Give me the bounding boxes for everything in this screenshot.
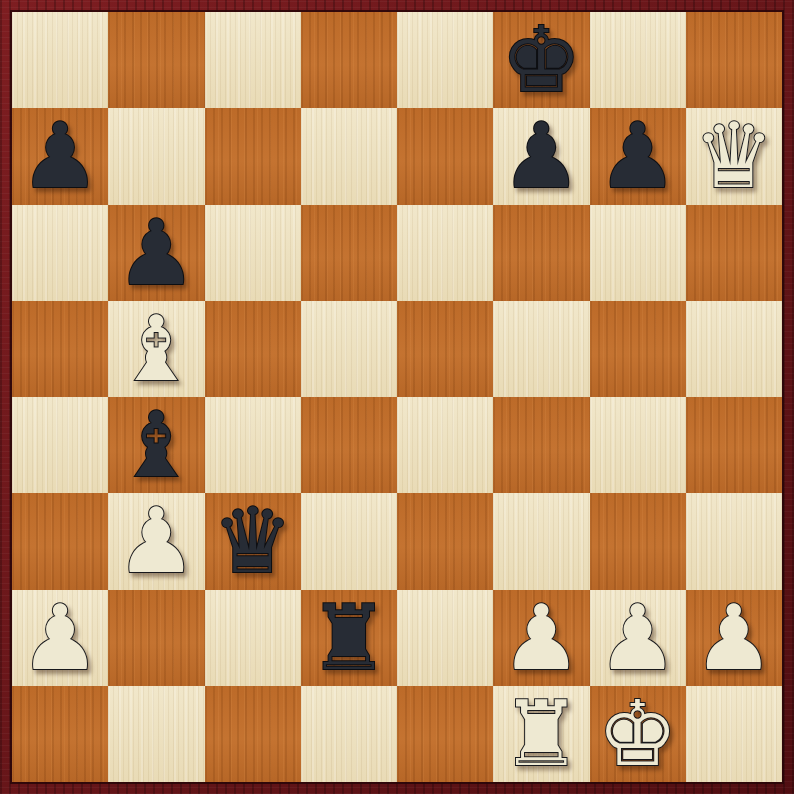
white-queen[interactable]: ♛ <box>694 111 775 201</box>
square-b5[interactable]: ♝ <box>108 301 204 397</box>
black-bishop[interactable]: ♝ <box>116 400 197 490</box>
square-c5[interactable] <box>205 301 301 397</box>
square-g3[interactable] <box>590 493 686 589</box>
black-rook[interactable]: ♜ <box>309 593 390 683</box>
square-f6[interactable] <box>493 205 589 301</box>
black-pawn[interactable]: ♟ <box>20 111 101 201</box>
square-g2[interactable]: ♟ <box>590 590 686 686</box>
square-h7[interactable]: ♛ <box>686 108 782 204</box>
black-pawn[interactable]: ♟ <box>116 208 197 298</box>
square-a3[interactable] <box>12 493 108 589</box>
square-b3[interactable]: ♟ <box>108 493 204 589</box>
square-b1[interactable] <box>108 686 204 782</box>
board-frame: ♚♟♟♟♛♟♝♝♟♛♟♜♟♟♟♜♚ <box>0 0 794 794</box>
square-g6[interactable] <box>590 205 686 301</box>
square-g7[interactable]: ♟ <box>590 108 686 204</box>
white-pawn[interactable]: ♟ <box>116 496 197 586</box>
square-h1[interactable] <box>686 686 782 782</box>
square-f4[interactable] <box>493 397 589 493</box>
square-a1[interactable] <box>12 686 108 782</box>
square-a6[interactable] <box>12 205 108 301</box>
square-a4[interactable] <box>12 397 108 493</box>
chess-board: ♚♟♟♟♛♟♝♝♟♛♟♜♟♟♟♜♚ <box>12 12 782 782</box>
square-b4[interactable]: ♝ <box>108 397 204 493</box>
black-pawn[interactable]: ♟ <box>501 111 582 201</box>
square-a8[interactable] <box>12 12 108 108</box>
black-king[interactable]: ♚ <box>501 15 582 105</box>
white-king[interactable]: ♚ <box>597 689 678 779</box>
square-e4[interactable] <box>397 397 493 493</box>
square-g5[interactable] <box>590 301 686 397</box>
square-d2[interactable]: ♜ <box>301 590 397 686</box>
square-d7[interactable] <box>301 108 397 204</box>
square-e8[interactable] <box>397 12 493 108</box>
square-e7[interactable] <box>397 108 493 204</box>
square-g1[interactable]: ♚ <box>590 686 686 782</box>
white-rook[interactable]: ♜ <box>501 689 582 779</box>
square-a7[interactable]: ♟ <box>12 108 108 204</box>
square-b6[interactable]: ♟ <box>108 205 204 301</box>
white-pawn[interactable]: ♟ <box>20 593 101 683</box>
black-queen[interactable]: ♛ <box>212 496 293 586</box>
square-d6[interactable] <box>301 205 397 301</box>
square-c8[interactable] <box>205 12 301 108</box>
square-h2[interactable]: ♟ <box>686 590 782 686</box>
square-d3[interactable] <box>301 493 397 589</box>
square-e6[interactable] <box>397 205 493 301</box>
square-g4[interactable] <box>590 397 686 493</box>
square-b7[interactable] <box>108 108 204 204</box>
square-a5[interactable] <box>12 301 108 397</box>
square-d5[interactable] <box>301 301 397 397</box>
square-f8[interactable]: ♚ <box>493 12 589 108</box>
square-c6[interactable] <box>205 205 301 301</box>
square-f3[interactable] <box>493 493 589 589</box>
square-a2[interactable]: ♟ <box>12 590 108 686</box>
square-b8[interactable] <box>108 12 204 108</box>
black-pawn[interactable]: ♟ <box>597 111 678 201</box>
square-d8[interactable] <box>301 12 397 108</box>
square-d1[interactable] <box>301 686 397 782</box>
square-c4[interactable] <box>205 397 301 493</box>
square-h3[interactable] <box>686 493 782 589</box>
square-d4[interactable] <box>301 397 397 493</box>
square-c3[interactable]: ♛ <box>205 493 301 589</box>
square-c2[interactable] <box>205 590 301 686</box>
white-pawn[interactable]: ♟ <box>694 593 775 683</box>
square-f2[interactable]: ♟ <box>493 590 589 686</box>
square-e1[interactable] <box>397 686 493 782</box>
square-g8[interactable] <box>590 12 686 108</box>
white-pawn[interactable]: ♟ <box>597 593 678 683</box>
white-bishop[interactable]: ♝ <box>116 304 197 394</box>
white-pawn[interactable]: ♟ <box>501 593 582 683</box>
square-c7[interactable] <box>205 108 301 204</box>
square-f7[interactable]: ♟ <box>493 108 589 204</box>
square-b2[interactable] <box>108 590 204 686</box>
square-f5[interactable] <box>493 301 589 397</box>
square-c1[interactable] <box>205 686 301 782</box>
square-h8[interactable] <box>686 12 782 108</box>
square-h6[interactable] <box>686 205 782 301</box>
square-h4[interactable] <box>686 397 782 493</box>
square-h5[interactable] <box>686 301 782 397</box>
square-e5[interactable] <box>397 301 493 397</box>
square-f1[interactable]: ♜ <box>493 686 589 782</box>
square-e2[interactable] <box>397 590 493 686</box>
square-e3[interactable] <box>397 493 493 589</box>
